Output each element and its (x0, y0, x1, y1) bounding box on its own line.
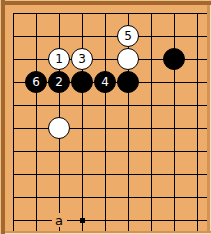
grid-line-horizontal (13, 197, 207, 198)
grid-line-vertical (82, 13, 83, 231)
grid-line-vertical (174, 13, 175, 231)
grid-line-horizontal (13, 128, 207, 129)
black-stone (117, 71, 139, 93)
grid-line-vertical (13, 13, 14, 231)
black-stone (163, 48, 185, 70)
black-stone: 6 (25, 71, 47, 93)
stone-move-number: 4 (101, 76, 109, 88)
grid-line-horizontal (13, 13, 207, 14)
stone-move-number: 1 (55, 53, 63, 65)
go-board: 123456a (0, 0, 211, 234)
grid-line-vertical (105, 13, 106, 231)
grid-line-horizontal (13, 105, 207, 106)
black-stone (71, 71, 93, 93)
board-frame-left-edge (0, 0, 5, 234)
white-stone: 1 (48, 48, 70, 70)
grid-line-vertical (151, 13, 152, 231)
white-stone: 5 (117, 25, 139, 47)
grid-line-vertical (197, 13, 198, 231)
board-cut-edge-bottom (0, 231, 211, 234)
black-stone: 4 (94, 71, 116, 93)
white-stone (48, 117, 70, 139)
board-cut-edge-right (207, 0, 211, 234)
stone-move-number: 3 (78, 53, 86, 65)
stone-move-number: 2 (55, 76, 63, 88)
white-stone (117, 48, 139, 70)
grid-line-vertical (36, 13, 37, 231)
grid-line-horizontal (13, 151, 207, 152)
stone-move-number: 5 (124, 30, 132, 42)
white-stone: 3 (71, 48, 93, 70)
stone-move-number: 6 (32, 76, 40, 88)
black-stone: 2 (48, 71, 70, 93)
grid-line-horizontal (13, 36, 207, 37)
grid-line-horizontal (13, 220, 207, 221)
grid-line-horizontal (13, 174, 207, 175)
point-label-a: a (52, 213, 67, 227)
star-point-marker (80, 218, 85, 223)
board-frame-top-edge (0, 0, 211, 5)
